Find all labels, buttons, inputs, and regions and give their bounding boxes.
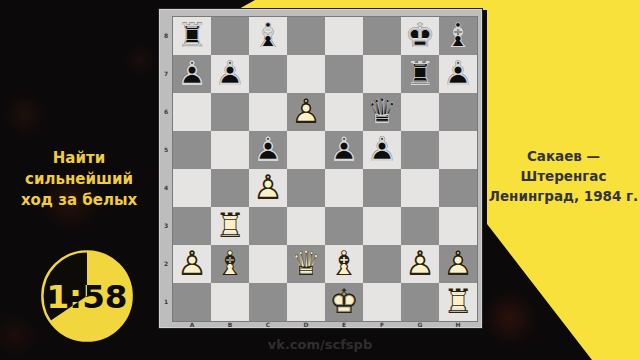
square-a1[interactable] [173, 283, 211, 321]
square-h5[interactable] [439, 131, 477, 169]
square-g6[interactable] [401, 93, 439, 131]
square-a8[interactable]: ♜♖ [173, 17, 211, 55]
square-a5[interactable] [173, 131, 211, 169]
square-h4[interactable] [439, 169, 477, 207]
square-f8[interactable] [363, 17, 401, 55]
square-d8[interactable] [287, 17, 325, 55]
square-h3[interactable] [439, 207, 477, 245]
square-g4[interactable] [401, 169, 439, 207]
stage: Найти сильнейший ход за белых Сакаев — Ш… [0, 0, 640, 360]
square-d4[interactable] [287, 169, 325, 207]
black-pawn[interactable]: ♟♙ [249, 131, 287, 169]
rank-labels: 87654321 [161, 17, 171, 321]
black-king[interactable]: ♚♔ [401, 17, 439, 55]
square-h6[interactable] [439, 93, 477, 131]
square-g7[interactable]: ♜♖ [401, 55, 439, 93]
square-f6[interactable]: ♛♕ [363, 93, 401, 131]
square-h7[interactable]: ♟♙ [439, 55, 477, 93]
white-pawn[interactable]: ♟♙ [401, 245, 439, 283]
white-pawn[interactable]: ♟♙ [249, 169, 287, 207]
square-c4[interactable]: ♟♙ [249, 169, 287, 207]
file-label-d: D [287, 322, 325, 328]
square-g3[interactable] [401, 207, 439, 245]
players-caption: Сакаев — Штеренгас Ленинград, 1984 г. [487, 146, 640, 206]
task-line-2: ход за белых [0, 190, 158, 211]
white-queen[interactable]: ♛♕ [287, 245, 325, 283]
square-g2[interactable]: ♟♙ [401, 245, 439, 283]
square-d2[interactable]: ♛♕ [287, 245, 325, 283]
rank-label-3: 3 [161, 207, 171, 245]
board-grid: ♜♖♝♗♚♔♝♗♟♙♟♙♜♖♟♙♟♙♛♕♟♙♟♙♟♙♟♙♜♖♟♙♝♗♛♕♝♗♟♙… [172, 16, 478, 322]
file-label-a: A [173, 322, 211, 328]
square-h2[interactable]: ♟♙ [439, 245, 477, 283]
file-labels: ABCDEFGH [173, 322, 477, 328]
square-f4[interactable] [363, 169, 401, 207]
white-bishop[interactable]: ♝♗ [325, 245, 363, 283]
square-g5[interactable] [401, 131, 439, 169]
black-rook[interactable]: ♜♖ [401, 55, 439, 93]
square-f1[interactable] [363, 283, 401, 321]
square-e4[interactable] [325, 169, 363, 207]
rank-label-2: 2 [161, 245, 171, 283]
square-g8[interactable]: ♚♔ [401, 17, 439, 55]
white-rook[interactable]: ♜♖ [211, 207, 249, 245]
white-bishop[interactable]: ♝♗ [211, 245, 249, 283]
square-d5[interactable] [287, 131, 325, 169]
task-text: Найти сильнейший ход за белых [0, 148, 158, 211]
square-f7[interactable] [363, 55, 401, 93]
black-rook[interactable]: ♜♖ [173, 17, 211, 55]
black-pawn[interactable]: ♟♙ [325, 131, 363, 169]
black-queen[interactable]: ♛♕ [363, 93, 401, 131]
black-bishop[interactable]: ♝♗ [439, 17, 477, 55]
square-c3[interactable] [249, 207, 287, 245]
white-rook[interactable]: ♜♖ [439, 283, 477, 321]
black-bishop[interactable]: ♝♗ [249, 17, 287, 55]
square-d3[interactable] [287, 207, 325, 245]
square-e5[interactable]: ♟♙ [325, 131, 363, 169]
square-b6[interactable] [211, 93, 249, 131]
square-a4[interactable] [173, 169, 211, 207]
rank-label-6: 6 [161, 93, 171, 131]
file-label-c: C [249, 322, 287, 328]
rank-label-1: 1 [161, 283, 171, 321]
white-pawn[interactable]: ♟♙ [287, 93, 325, 131]
square-b7[interactable]: ♟♙ [211, 55, 249, 93]
countdown-timer: 1:58 1:58 [39, 248, 135, 344]
black-pawn[interactable]: ♟♙ [173, 55, 211, 93]
rank-label-8: 8 [161, 17, 171, 55]
square-f3[interactable] [363, 207, 401, 245]
square-b3[interactable]: ♜♖ [211, 207, 249, 245]
white-pawn[interactable]: ♟♙ [439, 245, 477, 283]
square-a2[interactable]: ♟♙ [173, 245, 211, 283]
square-e3[interactable] [325, 207, 363, 245]
file-label-g: G [401, 322, 439, 328]
square-a7[interactable]: ♟♙ [173, 55, 211, 93]
square-g1[interactable] [401, 283, 439, 321]
players-line: Сакаев — Штеренгас [487, 146, 640, 186]
square-a6[interactable] [173, 93, 211, 131]
square-h1[interactable]: ♜♖ [439, 283, 477, 321]
square-c7[interactable] [249, 55, 287, 93]
black-pawn[interactable]: ♟♙ [211, 55, 249, 93]
square-e7[interactable] [325, 55, 363, 93]
square-c1[interactable] [249, 283, 287, 321]
white-pawn[interactable]: ♟♙ [173, 245, 211, 283]
square-e8[interactable] [325, 17, 363, 55]
square-d6[interactable]: ♟♙ [287, 93, 325, 131]
square-f2[interactable] [363, 245, 401, 283]
square-c2[interactable] [249, 245, 287, 283]
rank-label-4: 4 [161, 169, 171, 207]
black-pawn[interactable]: ♟♙ [363, 131, 401, 169]
square-c6[interactable] [249, 93, 287, 131]
black-pawn[interactable]: ♟♙ [439, 55, 477, 93]
square-e2[interactable]: ♝♗ [325, 245, 363, 283]
square-d7[interactable] [287, 55, 325, 93]
square-c5[interactable]: ♟♙ [249, 131, 287, 169]
watermark: vk.com/scfspb [0, 337, 640, 352]
square-e6[interactable] [325, 93, 363, 131]
task-line-1: Найти сильнейший [0, 148, 158, 190]
square-b1[interactable] [211, 283, 249, 321]
square-a3[interactable] [173, 207, 211, 245]
file-label-e: E [325, 322, 363, 328]
event-line: Ленинград, 1984 г. [487, 186, 640, 206]
square-c8[interactable]: ♝♗ [249, 17, 287, 55]
square-e1[interactable]: ♚♔ [325, 283, 363, 321]
chess-board: 87654321 ♜♖♝♗♚♔♝♗♟♙♟♙♜♖♟♙♟♙♛♕♟♙♟♙♟♙♟♙♜♖♟… [158, 8, 483, 329]
file-label-b: B [211, 322, 249, 328]
white-king[interactable]: ♚♔ [325, 283, 363, 321]
square-d1[interactable] [287, 283, 325, 321]
square-h8[interactable]: ♝♗ [439, 17, 477, 55]
file-label-h: H [439, 322, 477, 328]
square-f5[interactable]: ♟♙ [363, 131, 401, 169]
file-label-f: F [363, 322, 401, 328]
square-b2[interactable]: ♝♗ [211, 245, 249, 283]
rank-label-5: 5 [161, 131, 171, 169]
square-b4[interactable] [211, 169, 249, 207]
square-b5[interactable] [211, 131, 249, 169]
rank-label-7: 7 [161, 55, 171, 93]
square-b8[interactable] [211, 17, 249, 55]
